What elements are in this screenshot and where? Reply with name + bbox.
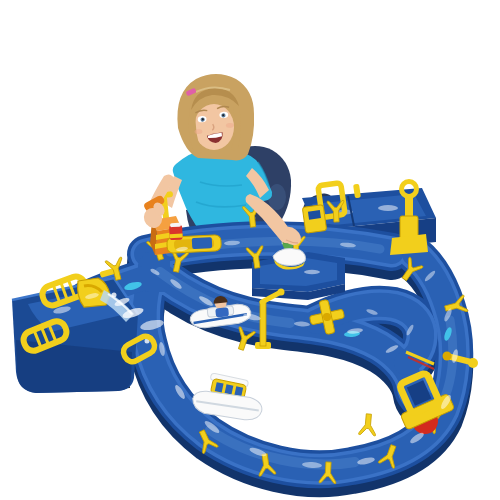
connector-clip <box>359 413 378 436</box>
photo-canvas <box>0 0 500 500</box>
playset <box>12 182 478 484</box>
product-photo <box>0 0 500 500</box>
gate-bucket <box>302 205 326 234</box>
harbor-basin <box>12 268 138 393</box>
